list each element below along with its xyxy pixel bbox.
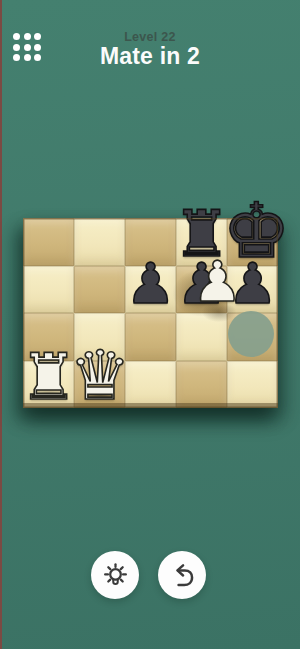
pieces-layer: ♜♚♟♟♟♜♛♟	[23, 218, 278, 408]
footer-buttons	[91, 551, 206, 599]
puzzle-goal-title: Mate in 2	[0, 43, 300, 70]
piece-white-pawn-lifted[interactable]: ♟	[187, 254, 247, 310]
screen-edge-strip	[0, 0, 2, 649]
undo-button[interactable]	[158, 551, 206, 599]
level-label: Level 22	[0, 30, 300, 44]
app-screen: Level 22 Mate in 2 ♜♚♟♟♟♜♛♟	[0, 0, 300, 649]
piece-white-queen[interactable]: ♛	[70, 342, 130, 410]
lightbulb-icon	[102, 562, 129, 589]
chess-board: ♜♚♟♟♟♜♛♟	[23, 218, 278, 408]
hint-button[interactable]	[91, 551, 139, 599]
undo-arrow-icon	[169, 562, 196, 589]
